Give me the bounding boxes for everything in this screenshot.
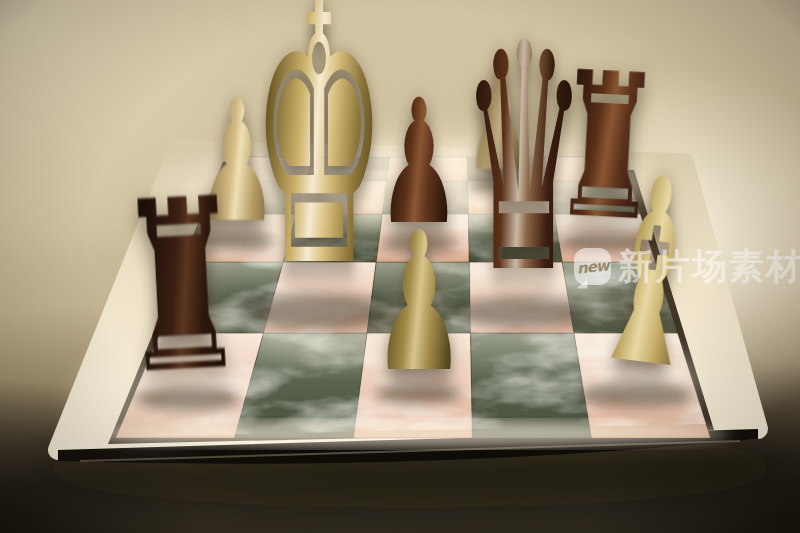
watermark: new 新片场素材 xyxy=(574,243,800,290)
watermark-logo-bubble: new xyxy=(574,248,611,285)
piece-dark-queen: ♛ xyxy=(460,2,587,317)
watermark-logo-text: new xyxy=(576,256,609,277)
piece-light-king: ♚ xyxy=(251,0,387,317)
piece-front-light-pawn: ♟ xyxy=(372,207,467,399)
watermark-text: 新片场素材 xyxy=(618,243,800,290)
piece-front-dark-rook: ♜ xyxy=(113,166,252,407)
photo-scene: ♟♟♟♜♚♛♜♟♝ new 新片场素材 xyxy=(0,0,800,533)
